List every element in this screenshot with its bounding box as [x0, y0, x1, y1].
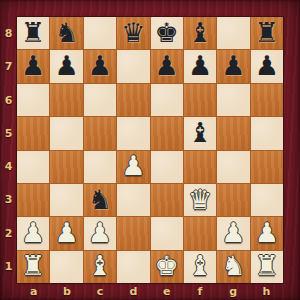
piece-white-pawn[interactable]: ♟	[54, 219, 78, 246]
piece-white-rook[interactable]: ♜	[255, 252, 279, 279]
file-label-f: f	[183, 283, 216, 300]
square-f3[interactable]: ♛	[184, 184, 216, 216]
square-h3[interactable]	[251, 184, 283, 216]
rank-label-8: 8	[0, 17, 17, 50]
rank-label-3: 3	[0, 183, 17, 216]
rank-label-6: 6	[0, 84, 17, 117]
piece-black-pawn[interactable]: ♟	[155, 52, 179, 79]
square-c7[interactable]: ♟	[84, 50, 116, 82]
rank-label-5: 5	[0, 117, 17, 150]
square-a4[interactable]	[17, 151, 49, 183]
square-h8[interactable]: ♜	[251, 17, 283, 49]
square-e2[interactable]	[151, 217, 183, 249]
square-b6[interactable]	[50, 84, 82, 116]
square-f6[interactable]	[184, 84, 216, 116]
square-a1[interactable]: ♜	[17, 251, 49, 283]
square-a6[interactable]	[17, 84, 49, 116]
square-e5[interactable]	[151, 117, 183, 149]
rank-label-4: 4	[0, 150, 17, 183]
square-a8[interactable]: ♜	[17, 17, 49, 49]
piece-black-knight[interactable]: ♞	[88, 186, 112, 213]
piece-black-pawn[interactable]: ♟	[221, 52, 245, 79]
square-h5[interactable]	[251, 117, 283, 149]
square-h7[interactable]: ♟	[251, 50, 283, 82]
square-f5[interactable]: ♝	[184, 117, 216, 149]
piece-black-king[interactable]: ♚	[155, 19, 179, 46]
rank-label-1: 1	[0, 250, 17, 283]
square-c8[interactable]	[84, 17, 116, 49]
square-g1[interactable]: ♞	[217, 251, 249, 283]
square-h6[interactable]	[251, 84, 283, 116]
piece-white-pawn[interactable]: ♟	[88, 219, 112, 246]
piece-black-pawn[interactable]: ♟	[54, 52, 78, 79]
piece-black-bishop[interactable]: ♝	[188, 19, 212, 46]
square-e8[interactable]: ♚	[151, 17, 183, 49]
piece-black-pawn[interactable]: ♟	[255, 52, 279, 79]
square-f1[interactable]: ♝	[184, 251, 216, 283]
chess-board-frame: 87654321 abcdefgh ♜♞♛♚♝♜♟♟♟♟♟♟♟♝♟♞♛♟♟♟♟♟…	[0, 0, 300, 300]
square-e1[interactable]: ♚	[151, 251, 183, 283]
file-label-e: e	[150, 283, 183, 300]
square-e4[interactable]	[151, 151, 183, 183]
piece-black-pawn[interactable]: ♟	[21, 52, 45, 79]
square-c3[interactable]: ♞	[84, 184, 116, 216]
file-label-a: a	[17, 283, 50, 300]
piece-white-knight[interactable]: ♞	[221, 252, 245, 279]
file-labels: abcdefgh	[17, 283, 283, 300]
piece-white-bishop[interactable]: ♝	[88, 252, 112, 279]
piece-black-pawn[interactable]: ♟	[88, 52, 112, 79]
square-a3[interactable]	[17, 184, 49, 216]
square-g2[interactable]: ♟	[217, 217, 249, 249]
square-f7[interactable]: ♟	[184, 50, 216, 82]
square-f2[interactable]	[184, 217, 216, 249]
square-b5[interactable]	[50, 117, 82, 149]
square-c6[interactable]	[84, 84, 116, 116]
rank-label-2: 2	[0, 217, 17, 250]
square-h4[interactable]	[251, 151, 283, 183]
square-e7[interactable]: ♟	[151, 50, 183, 82]
square-a7[interactable]: ♟	[17, 50, 49, 82]
piece-white-pawn[interactable]: ♟	[21, 219, 45, 246]
square-d2[interactable]	[117, 217, 149, 249]
square-d4[interactable]: ♟	[117, 151, 149, 183]
square-e3[interactable]	[151, 184, 183, 216]
file-label-d: d	[117, 283, 150, 300]
file-label-b: b	[50, 283, 83, 300]
piece-black-pawn[interactable]: ♟	[188, 52, 212, 79]
square-a2[interactable]: ♟	[17, 217, 49, 249]
piece-white-king[interactable]: ♚	[155, 252, 179, 279]
piece-black-bishop[interactable]: ♝	[188, 119, 212, 146]
square-h1[interactable]: ♜	[251, 251, 283, 283]
square-c5[interactable]	[84, 117, 116, 149]
square-g7[interactable]: ♟	[217, 50, 249, 82]
square-d3[interactable]	[117, 184, 149, 216]
square-d7[interactable]	[117, 50, 149, 82]
square-d6[interactable]	[117, 84, 149, 116]
piece-black-rook[interactable]: ♜	[255, 19, 279, 46]
piece-white-bishop[interactable]: ♝	[188, 252, 212, 279]
rank-label-7: 7	[0, 50, 17, 83]
square-c1[interactable]: ♝	[84, 251, 116, 283]
rank-labels: 87654321	[0, 17, 17, 283]
square-g5[interactable]	[217, 117, 249, 149]
square-b7[interactable]: ♟	[50, 50, 82, 82]
square-d1[interactable]	[117, 251, 149, 283]
square-e6[interactable]	[151, 84, 183, 116]
square-b3[interactable]	[50, 184, 82, 216]
square-c4[interactable]	[84, 151, 116, 183]
square-b2[interactable]: ♟	[50, 217, 82, 249]
piece-black-rook[interactable]: ♜	[21, 19, 45, 46]
file-label-h: h	[250, 283, 283, 300]
piece-white-pawn[interactable]: ♟	[255, 219, 279, 246]
piece-white-rook[interactable]: ♜	[21, 252, 45, 279]
piece-white-pawn[interactable]: ♟	[221, 219, 245, 246]
piece-white-pawn[interactable]: ♟	[121, 152, 145, 179]
square-a5[interactable]	[17, 117, 49, 149]
file-label-g: g	[217, 283, 250, 300]
file-label-c: c	[84, 283, 117, 300]
square-g4[interactable]	[217, 151, 249, 183]
square-g6[interactable]	[217, 84, 249, 116]
piece-white-queen[interactable]: ♛	[188, 186, 212, 213]
square-c2[interactable]: ♟	[84, 217, 116, 249]
square-d8[interactable]: ♛	[117, 17, 149, 49]
square-d5[interactable]	[117, 117, 149, 149]
square-g3[interactable]	[217, 184, 249, 216]
piece-black-knight[interactable]: ♞	[54, 19, 78, 46]
square-h2[interactable]: ♟	[251, 217, 283, 249]
square-f8[interactable]: ♝	[184, 17, 216, 49]
square-f4[interactable]	[184, 151, 216, 183]
square-b8[interactable]: ♞	[50, 17, 82, 49]
square-b1[interactable]	[50, 251, 82, 283]
piece-black-queen[interactable]: ♛	[121, 19, 145, 46]
chess-board: ♜♞♛♚♝♜♟♟♟♟♟♟♟♝♟♞♛♟♟♟♟♟♜♝♚♝♞♜	[17, 17, 283, 283]
square-b4[interactable]	[50, 151, 82, 183]
square-g8[interactable]	[217, 17, 249, 49]
